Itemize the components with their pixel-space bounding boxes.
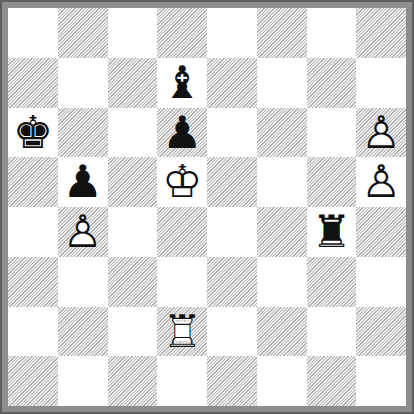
square-c1	[108, 356, 158, 406]
square-e2	[207, 307, 257, 357]
square-c6	[108, 108, 158, 158]
square-b7	[58, 58, 108, 108]
square-e7	[207, 58, 257, 108]
square-e5	[207, 157, 257, 207]
square-g4: ♜	[307, 207, 357, 257]
square-d7: ♝	[157, 58, 207, 108]
white-king-icon: ♔	[157, 157, 207, 207]
square-a3	[8, 257, 58, 307]
square-e4	[207, 207, 257, 257]
square-b2	[58, 307, 108, 357]
square-f1	[257, 356, 307, 406]
square-c4	[108, 207, 158, 257]
square-c5	[108, 157, 158, 207]
white-pawn-icon: ♙	[356, 157, 406, 207]
white-rook-piece: ♜♖	[157, 307, 207, 357]
square-h1	[356, 356, 406, 406]
square-f5	[257, 157, 307, 207]
square-c8	[108, 8, 158, 58]
square-d4	[157, 207, 207, 257]
square-h8	[356, 8, 406, 58]
square-b8	[58, 8, 108, 58]
square-b1	[58, 356, 108, 406]
square-g7	[307, 58, 357, 108]
square-d3	[157, 257, 207, 307]
square-g5	[307, 157, 357, 207]
square-d1	[157, 356, 207, 406]
black-rook-icon: ♜	[307, 207, 357, 257]
square-f4	[257, 207, 307, 257]
square-d2: ♜♖	[157, 307, 207, 357]
black-pawn-piece: ♟	[58, 157, 108, 207]
square-b3	[58, 257, 108, 307]
square-a7	[8, 58, 58, 108]
chess-board-frame: ♝♚♟♟♙♟♚♔♟♙♟♙♜♜♖	[0, 0, 414, 414]
chess-board: ♝♚♟♟♙♟♚♔♟♙♟♙♜♜♖	[8, 8, 406, 406]
square-b5: ♟	[58, 157, 108, 207]
white-pawn-piece: ♟♙	[58, 207, 108, 257]
white-king-piece: ♚♔	[157, 157, 207, 207]
white-pawn-piece: ♟♙	[356, 108, 406, 158]
square-f2	[257, 307, 307, 357]
black-bishop-piece: ♝	[157, 58, 207, 108]
square-h7	[356, 58, 406, 108]
square-g6	[307, 108, 357, 158]
black-pawn-icon: ♟	[58, 157, 108, 207]
square-h6: ♟♙	[356, 108, 406, 158]
white-rook-icon: ♖	[157, 307, 207, 357]
black-pawn-icon: ♟	[157, 108, 207, 158]
square-g8	[307, 8, 357, 58]
square-g3	[307, 257, 357, 307]
square-a5	[8, 157, 58, 207]
square-e1	[207, 356, 257, 406]
square-c2	[108, 307, 158, 357]
square-c7	[108, 58, 158, 108]
square-b4: ♟♙	[58, 207, 108, 257]
square-a8	[8, 8, 58, 58]
square-a1	[8, 356, 58, 406]
square-h2	[356, 307, 406, 357]
square-f7	[257, 58, 307, 108]
white-pawn-piece: ♟♙	[356, 157, 406, 207]
square-d5: ♚♔	[157, 157, 207, 207]
square-a4	[8, 207, 58, 257]
white-pawn-icon: ♙	[58, 207, 108, 257]
square-h3	[356, 257, 406, 307]
square-h5: ♟♙	[356, 157, 406, 207]
black-king-icon: ♚	[8, 108, 58, 158]
square-e3	[207, 257, 257, 307]
black-pawn-piece: ♟	[157, 108, 207, 158]
square-f6	[257, 108, 307, 158]
black-rook-piece: ♜	[307, 207, 357, 257]
square-g1	[307, 356, 357, 406]
square-e6	[207, 108, 257, 158]
black-bishop-icon: ♝	[157, 58, 207, 108]
square-f3	[257, 257, 307, 307]
square-a2	[8, 307, 58, 357]
square-b6	[58, 108, 108, 158]
square-g2	[307, 307, 357, 357]
square-a6: ♚	[8, 108, 58, 158]
square-d8	[157, 8, 207, 58]
square-f8	[257, 8, 307, 58]
black-king-piece: ♚	[8, 108, 58, 158]
square-d6: ♟	[157, 108, 207, 158]
square-c3	[108, 257, 158, 307]
white-pawn-icon: ♙	[356, 108, 406, 158]
square-h4	[356, 207, 406, 257]
square-e8	[207, 8, 257, 58]
